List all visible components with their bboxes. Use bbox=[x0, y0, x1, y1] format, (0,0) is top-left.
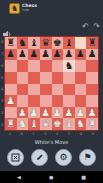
square-c6[interactable] bbox=[28, 60, 40, 72]
square-h2[interactable]: ♟ bbox=[86, 107, 98, 119]
file-label-a: A bbox=[4, 131, 16, 137]
square-b6[interactable] bbox=[17, 60, 29, 72]
square-d2[interactable]: ♟ bbox=[40, 107, 52, 119]
gear-icon: ⚙ bbox=[59, 150, 67, 165]
black-king: ♚ bbox=[53, 38, 62, 48]
square-g6[interactable] bbox=[75, 60, 87, 72]
white-pawn: ♟ bbox=[64, 108, 73, 118]
black-queen: ♛ bbox=[41, 38, 50, 48]
square-c8[interactable]: ♝ bbox=[28, 37, 40, 49]
square-g2[interactable]: ♟ bbox=[75, 107, 87, 119]
white-king: ♚ bbox=[53, 119, 62, 129]
white-pawn: ♟ bbox=[30, 108, 39, 118]
notification-subtitle: now bbox=[22, 9, 37, 13]
square-c7[interactable]: ♟ bbox=[28, 49, 40, 61]
square-a2[interactable] bbox=[5, 107, 17, 119]
edit-button[interactable] bbox=[31, 149, 48, 166]
redo-button[interactable]: ↷ bbox=[93, 22, 100, 32]
black-pawn: ♟ bbox=[6, 49, 15, 59]
square-g1[interactable]: ♞ bbox=[75, 118, 87, 130]
file-label-f: F bbox=[63, 131, 75, 137]
square-f7[interactable]: ♟ bbox=[63, 49, 75, 61]
square-d8[interactable]: ♛ bbox=[40, 37, 52, 49]
square-d3[interactable] bbox=[40, 95, 52, 107]
square-d4[interactable] bbox=[40, 84, 52, 96]
square-e6[interactable] bbox=[52, 60, 64, 72]
square-e4[interactable] bbox=[52, 84, 64, 96]
phone-screen: ♞ Chess now ↶ ↷ 87654321 ♜♞♝♛♚♝♜♟♟♟♟♟♟♟♟… bbox=[0, 0, 103, 183]
square-g3[interactable] bbox=[75, 95, 87, 107]
engine-button[interactable]: ⚙ bbox=[55, 149, 72, 166]
square-h1[interactable]: ♜ bbox=[86, 118, 98, 130]
black-rook: ♜ bbox=[88, 38, 97, 48]
square-b8[interactable]: ♞ bbox=[17, 37, 29, 49]
white-bishop: ♝ bbox=[30, 119, 39, 129]
flag-icon: ⚑ bbox=[83, 150, 91, 165]
square-c5[interactable] bbox=[28, 72, 40, 84]
square-f4[interactable] bbox=[63, 84, 75, 96]
chess-app-icon: ♞ bbox=[9, 3, 20, 14]
white-pawn: ♟ bbox=[76, 108, 85, 118]
new-game-button[interactable] bbox=[7, 149, 24, 166]
file-label-e: E bbox=[52, 131, 64, 137]
board-x-icon bbox=[11, 153, 20, 162]
white-knight: ♞ bbox=[76, 119, 85, 129]
square-h8[interactable]: ♜ bbox=[86, 37, 98, 49]
black-bishop: ♝ bbox=[30, 38, 39, 48]
white-rook: ♜ bbox=[6, 119, 15, 129]
pencil-icon bbox=[35, 153, 44, 162]
sound-toggle-button[interactable] bbox=[3, 24, 12, 33]
white-pawn: ♟ bbox=[88, 108, 97, 118]
recents-icon[interactable]: ■ bbox=[81, 171, 86, 183]
square-e3[interactable] bbox=[52, 95, 64, 107]
white-knight: ♞ bbox=[18, 119, 27, 129]
square-e1[interactable]: ♚ bbox=[52, 118, 64, 130]
square-f3[interactable] bbox=[63, 95, 75, 107]
action-button-row: ⚙ ⚑ bbox=[0, 149, 103, 166]
white-pawn: ♟ bbox=[41, 108, 50, 118]
square-b4[interactable] bbox=[17, 84, 29, 96]
file-labels: ABCDEFGH bbox=[4, 131, 99, 137]
square-a3[interactable]: ♟ bbox=[5, 95, 17, 107]
square-g5[interactable] bbox=[75, 72, 87, 84]
square-h7[interactable]: ♟ bbox=[86, 49, 98, 61]
square-b3[interactable] bbox=[17, 95, 29, 107]
square-d1[interactable]: ♛ bbox=[40, 118, 52, 130]
square-f1[interactable]: ♝ bbox=[63, 118, 75, 130]
square-a8[interactable]: ♜ bbox=[5, 37, 17, 49]
black-rook: ♜ bbox=[6, 38, 15, 48]
android-nav-bar: ◀ ● ■ bbox=[0, 171, 103, 183]
file-label-b: B bbox=[16, 131, 28, 137]
square-d7[interactable]: ♟ bbox=[40, 49, 52, 61]
square-d5[interactable] bbox=[40, 72, 52, 84]
square-b2[interactable]: ♟ bbox=[17, 107, 29, 119]
notification-banner[interactable]: ♞ Chess now bbox=[9, 3, 37, 14]
square-h6[interactable] bbox=[86, 60, 98, 72]
black-bishop: ♝ bbox=[64, 38, 73, 48]
file-label-g: G bbox=[75, 131, 87, 137]
square-h3[interactable] bbox=[86, 95, 98, 107]
turn-indicator: White's Move bbox=[0, 139, 103, 145]
square-a1[interactable]: ♜ bbox=[5, 118, 17, 130]
black-pawn: ♟ bbox=[76, 49, 85, 59]
square-f6[interactable]: ♞ bbox=[63, 60, 75, 72]
square-f2[interactable]: ♟ bbox=[63, 107, 75, 119]
square-e7[interactable]: ♟ bbox=[52, 49, 64, 61]
chess-board: ♜♞♝♛♚♝♜♟♟♟♟♟♟♟♟♞♟♟♟♟♟♟♟♟♜♞♝♛♚♝♞♜ bbox=[4, 36, 99, 131]
white-pawn: ♟ bbox=[18, 108, 27, 118]
square-f8[interactable]: ♝ bbox=[63, 37, 75, 49]
black-pawn: ♟ bbox=[88, 49, 97, 59]
square-a7[interactable]: ♟ bbox=[5, 49, 17, 61]
file-label-d: D bbox=[40, 131, 52, 137]
square-h5[interactable] bbox=[86, 72, 98, 84]
black-pawn: ♟ bbox=[30, 49, 39, 59]
black-pawn: ♟ bbox=[18, 49, 27, 59]
file-label-c: C bbox=[28, 131, 40, 137]
black-pawn: ♟ bbox=[53, 49, 62, 59]
black-knight: ♞ bbox=[64, 61, 73, 71]
square-a4[interactable] bbox=[5, 84, 17, 96]
white-pawn: ♟ bbox=[6, 96, 15, 106]
square-e2[interactable]: ♟ bbox=[52, 107, 64, 119]
white-pawn: ♟ bbox=[53, 108, 62, 118]
square-e8[interactable]: ♚ bbox=[52, 37, 64, 49]
square-c2[interactable]: ♟ bbox=[28, 107, 40, 119]
square-h4[interactable] bbox=[86, 84, 98, 96]
square-c1[interactable]: ♝ bbox=[28, 118, 40, 130]
square-b1[interactable]: ♞ bbox=[17, 118, 29, 130]
square-e5[interactable] bbox=[52, 72, 64, 84]
square-a5[interactable] bbox=[5, 72, 17, 84]
home-icon[interactable]: ● bbox=[49, 171, 53, 183]
white-rook: ♜ bbox=[88, 119, 97, 129]
square-g4[interactable] bbox=[75, 84, 87, 96]
square-f5[interactable] bbox=[63, 72, 75, 84]
back-icon[interactable]: ◀ bbox=[17, 171, 21, 183]
square-a6[interactable] bbox=[5, 60, 17, 72]
square-g8[interactable] bbox=[75, 37, 87, 49]
black-knight: ♞ bbox=[18, 38, 27, 48]
square-d6[interactable] bbox=[40, 60, 52, 72]
square-b5[interactable] bbox=[17, 72, 29, 84]
square-b7[interactable]: ♟ bbox=[17, 49, 29, 61]
white-bishop: ♝ bbox=[64, 119, 73, 129]
flag-button[interactable]: ⚑ bbox=[79, 149, 96, 166]
white-queen: ♛ bbox=[41, 119, 50, 129]
square-c4[interactable] bbox=[28, 84, 40, 96]
square-g7[interactable]: ♟ bbox=[75, 49, 87, 61]
square-c3[interactable] bbox=[28, 95, 40, 107]
black-pawn: ♟ bbox=[41, 49, 50, 59]
undo-button[interactable]: ↶ bbox=[82, 22, 89, 32]
black-pawn: ♟ bbox=[64, 49, 73, 59]
file-label-h: H bbox=[87, 131, 99, 137]
